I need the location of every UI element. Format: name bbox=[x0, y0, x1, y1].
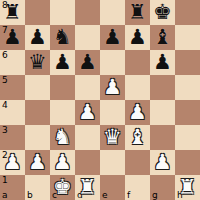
piece-white-bishop-f3[interactable]: ♝ bbox=[125, 125, 150, 150]
square-b2[interactable]: ♟ bbox=[25, 150, 50, 175]
square-b8[interactable] bbox=[25, 0, 50, 25]
square-e7[interactable]: ♟ bbox=[100, 25, 125, 50]
square-c1[interactable]: c♚ bbox=[50, 175, 75, 200]
piece-white-pawn-c2[interactable]: ♟ bbox=[50, 150, 75, 175]
square-f1[interactable]: f bbox=[125, 175, 150, 200]
rank-label-4: 4 bbox=[2, 101, 8, 110]
square-f6[interactable] bbox=[125, 50, 150, 75]
rank-label-5: 5 bbox=[2, 76, 8, 85]
square-f7[interactable]: ♟ bbox=[125, 25, 150, 50]
square-h3[interactable] bbox=[175, 125, 200, 150]
square-h7[interactable] bbox=[175, 25, 200, 50]
rank-label-1: 1 bbox=[2, 176, 8, 185]
square-c6[interactable]: ♟ bbox=[50, 50, 75, 75]
piece-white-queen-e3[interactable]: ♛ bbox=[100, 125, 125, 150]
square-a3[interactable]: 3 bbox=[0, 125, 25, 150]
square-a6[interactable]: 6 bbox=[0, 50, 25, 75]
square-h8[interactable] bbox=[175, 0, 200, 25]
piece-black-king-g8[interactable]: ♚ bbox=[150, 0, 175, 25]
piece-black-bishop-g7[interactable]: ♝ bbox=[150, 25, 175, 50]
square-h5[interactable] bbox=[175, 75, 200, 100]
square-e3[interactable]: ♛ bbox=[100, 125, 125, 150]
piece-black-rook-a8[interactable]: ♜ bbox=[0, 0, 25, 25]
square-g8[interactable]: ♚ bbox=[150, 0, 175, 25]
square-b7[interactable]: ♟ bbox=[25, 25, 50, 50]
square-c2[interactable]: ♟ bbox=[50, 150, 75, 175]
square-c4[interactable] bbox=[50, 100, 75, 125]
square-f5[interactable] bbox=[125, 75, 150, 100]
square-h4[interactable] bbox=[175, 100, 200, 125]
square-e1[interactable]: e bbox=[100, 175, 125, 200]
rank-label-3: 3 bbox=[2, 126, 8, 135]
square-g4[interactable] bbox=[150, 100, 175, 125]
piece-white-pawn-f4[interactable]: ♟ bbox=[125, 100, 150, 125]
square-g2[interactable]: ♟ bbox=[150, 150, 175, 175]
square-d2[interactable] bbox=[75, 150, 100, 175]
square-h6[interactable] bbox=[175, 50, 200, 75]
square-c3[interactable]: ♞ bbox=[50, 125, 75, 150]
square-b1[interactable]: b bbox=[25, 175, 50, 200]
file-label-b: b bbox=[27, 191, 33, 200]
square-h2[interactable] bbox=[175, 150, 200, 175]
square-d3[interactable] bbox=[75, 125, 100, 150]
piece-black-rook-f8[interactable]: ♜ bbox=[125, 0, 150, 25]
rank-label-6: 6 bbox=[2, 51, 8, 60]
square-c7[interactable]: ♞ bbox=[50, 25, 75, 50]
square-e2[interactable] bbox=[100, 150, 125, 175]
file-label-g: g bbox=[152, 191, 158, 200]
piece-white-pawn-b2[interactable]: ♟ bbox=[25, 150, 50, 175]
piece-white-pawn-g2[interactable]: ♟ bbox=[150, 150, 175, 175]
square-e4[interactable] bbox=[100, 100, 125, 125]
square-g6[interactable]: ♟ bbox=[150, 50, 175, 75]
square-g7[interactable]: ♝ bbox=[150, 25, 175, 50]
square-g5[interactable] bbox=[150, 75, 175, 100]
square-c5[interactable] bbox=[50, 75, 75, 100]
square-b6[interactable]: ♛ bbox=[25, 50, 50, 75]
piece-black-pawn-g6[interactable]: ♟ bbox=[150, 50, 175, 75]
square-g3[interactable] bbox=[150, 125, 175, 150]
square-d1[interactable]: d♜ bbox=[75, 175, 100, 200]
piece-black-knight-c7[interactable]: ♞ bbox=[50, 25, 75, 50]
square-g1[interactable]: g bbox=[150, 175, 175, 200]
square-e6[interactable] bbox=[100, 50, 125, 75]
square-f2[interactable] bbox=[125, 150, 150, 175]
file-label-a: a bbox=[2, 191, 8, 200]
piece-black-pawn-d6[interactable]: ♟ bbox=[75, 50, 100, 75]
file-label-e: e bbox=[102, 191, 108, 200]
piece-black-pawn-c6[interactable]: ♟ bbox=[50, 50, 75, 75]
square-b4[interactable] bbox=[25, 100, 50, 125]
square-d8[interactable] bbox=[75, 0, 100, 25]
square-a5[interactable]: 5 bbox=[0, 75, 25, 100]
square-d7[interactable] bbox=[75, 25, 100, 50]
square-b3[interactable] bbox=[25, 125, 50, 150]
square-a7[interactable]: 7♟ bbox=[0, 25, 25, 50]
square-c8[interactable] bbox=[50, 0, 75, 25]
square-a8[interactable]: 8♜ bbox=[0, 0, 25, 25]
piece-white-pawn-a2[interactable]: ♟ bbox=[0, 150, 25, 175]
piece-white-king-c1[interactable]: ♚ bbox=[50, 175, 75, 200]
piece-white-knight-c3[interactable]: ♞ bbox=[50, 125, 75, 150]
piece-white-rook-h1[interactable]: ♜ bbox=[175, 175, 200, 200]
square-e8[interactable] bbox=[100, 0, 125, 25]
square-f8[interactable]: ♜ bbox=[125, 0, 150, 25]
square-b5[interactable] bbox=[25, 75, 50, 100]
square-a1[interactable]: 1a bbox=[0, 175, 25, 200]
square-d6[interactable]: ♟ bbox=[75, 50, 100, 75]
square-f3[interactable]: ♝ bbox=[125, 125, 150, 150]
square-e5[interactable]: ♟ bbox=[100, 75, 125, 100]
chess-board: 8♜♜♚7♟♟♞♟♟♝6♛♟♟♟5♟4♟♟3♞♛♝2♟♟♟♟1abc♚d♜efg… bbox=[0, 0, 200, 200]
piece-black-pawn-e7[interactable]: ♟ bbox=[100, 25, 125, 50]
square-d5[interactable] bbox=[75, 75, 100, 100]
piece-white-pawn-e5[interactable]: ♟ bbox=[100, 75, 125, 100]
piece-black-pawn-a7[interactable]: ♟ bbox=[0, 25, 25, 50]
square-d4[interactable]: ♟ bbox=[75, 100, 100, 125]
piece-black-pawn-f7[interactable]: ♟ bbox=[125, 25, 150, 50]
square-f4[interactable]: ♟ bbox=[125, 100, 150, 125]
square-a4[interactable]: 4 bbox=[0, 100, 25, 125]
piece-black-pawn-b7[interactable]: ♟ bbox=[25, 25, 50, 50]
piece-black-queen-b6[interactable]: ♛ bbox=[25, 50, 50, 75]
piece-white-rook-d1[interactable]: ♜ bbox=[75, 175, 100, 200]
file-label-f: f bbox=[127, 191, 130, 200]
piece-white-pawn-d4[interactable]: ♟ bbox=[75, 100, 100, 125]
square-a2[interactable]: 2♟ bbox=[0, 150, 25, 175]
square-h1[interactable]: h♜ bbox=[175, 175, 200, 200]
